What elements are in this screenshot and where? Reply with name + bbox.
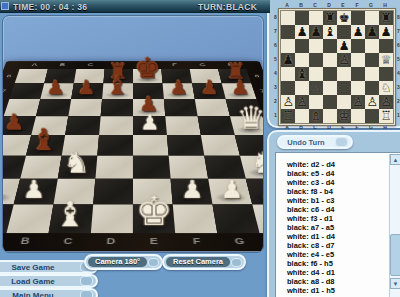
mini-piece-white-pawn: ♙ [295,95,309,109]
file-label-far-b: B [48,62,77,66]
file-label-near-g: G [218,236,263,246]
mini-piece-black-pawn: ♟ [351,25,365,39]
move-row-4: black: f8 - b4 [276,187,400,196]
move-row-10: black: c8 - d7 [276,241,400,250]
mini-piece-white-knight: ♘ [309,81,323,95]
piece-white-bishop-c1[interactable]: ♝ [49,204,94,233]
mini-piece-black-pawn: ♟ [281,53,295,67]
piece-glyph: ♛ [222,102,264,133]
mini-piece-white-pawn: ♙ [351,95,365,109]
undo-turn-label: Undo Turn [279,137,333,147]
square-e3[interactable] [133,155,171,178]
piece-white-king-e1[interactable]: ♚ [133,204,175,233]
mini-square-e5[interactable]: ♙ [337,53,351,67]
piece-glyph: ♟ [214,78,264,97]
move-row-9: white: d1 - d4 [276,232,400,241]
load-game-button[interactable]: Load Game [0,274,98,288]
mini-square-e3[interactable] [337,81,351,95]
mini-square-b4[interactable]: ♝ [295,67,309,81]
piece-glyph: ♞ [231,148,264,177]
mini-piece-black-pawn: ♟ [309,25,323,39]
move-row-15: white: d1 - h5 [276,286,400,295]
mini-square-g6[interactable] [365,39,379,53]
mini-piece-white-knight: ♘ [379,81,393,95]
move-list-scrollbar[interactable]: ▲ ▼ [389,154,400,297]
mini-square-d2[interactable] [323,95,337,109]
mini-square-d1[interactable] [323,109,337,123]
mini-square-a1[interactable]: ♖ [281,109,295,123]
mini-square-c6[interactable] [309,39,323,53]
file-label-near-h: H [260,236,264,246]
mini-piece-black-bishop: ♝ [295,67,309,81]
main-menu-tab[interactable] [80,290,93,297]
board-3d-view[interactable]: ♜♚♜♟♟♝♟♟♟♟♟♟♛♝♞♞♟♟♟♟♟♜♝♚♜AABBCCDDEEFFGGH… [2,15,264,253]
mini-square-b1[interactable] [295,109,309,123]
mini-square-g7[interactable]: ♟ [365,25,379,39]
move-row-11: white: e4 - e5 [276,250,400,259]
move-row-7: white: f3 - d1 [276,214,400,223]
mini-square-e2[interactable] [337,95,351,109]
undo-turn-button[interactable]: Undo Turn [277,135,353,149]
reset-camera-tab[interactable] [231,258,242,267]
load-game-tab[interactable] [80,276,93,286]
move-row-1: white: d2 - d4 [276,160,400,169]
mini-square-c7[interactable]: ♟ [309,25,323,39]
file-label-far-a: A [20,62,49,66]
mini-square-c2[interactable] [309,95,323,109]
piece-glyph: ♟ [237,177,264,202]
reset-camera-button[interactable]: Reset Camera [162,254,246,270]
mini-square-b7[interactable]: ♟ [295,25,309,39]
mini-square-f2[interactable]: ♙ [351,95,365,109]
mini-square-c1[interactable]: ♗ [309,109,323,123]
chess-board-2d[interactable]: ♜♚♜♟♟♝♟♟♟♟♟♙♕♝♘♘♙♙♙♙♙♖♗♔♖ [280,10,394,124]
mini-board-frame: ♜♚♜♟♟♝♟♟♟♟♟♙♕♝♘♘♙♙♙♙♙♖♗♔♖ [278,8,396,126]
file-label-near-e: E [133,236,176,246]
piece-black-pawn-h7[interactable]: ♟ [222,83,257,99]
mini-square-h3[interactable]: ♘ [379,81,393,95]
mini-square-b6[interactable] [295,39,309,53]
mini-square-b2[interactable]: ♙ [295,95,309,109]
file-label-near-c: C [46,236,90,246]
camera-180-button[interactable]: Camera 180° [84,254,163,270]
piece-glyph: ♚ [117,190,191,231]
mini-square-e1[interactable]: ♔ [337,109,351,123]
piece-white-rook-h1[interactable]: ♜ [252,204,264,233]
mini-square-d3[interactable] [323,81,337,95]
mini-square-e7[interactable] [337,25,351,39]
mini-square-f3[interactable] [351,81,365,95]
piece-white-pawn-e5[interactable]: ♟ [133,116,167,135]
mini-piece-black-bishop: ♝ [323,25,337,39]
mini-square-a5[interactable]: ♟ [281,53,295,67]
reset-camera-label: Reset Camera [166,257,230,267]
move-row-8: black: a7 - a5 [276,223,400,232]
move-row-5: white: b1 - c3 [276,196,400,205]
mini-square-f1[interactable] [351,109,365,123]
move-row-14: black: a8 - d8 [276,277,400,286]
move-history-panel: Undo Turn white: d2 - d4black: e5 - d4wh… [267,130,400,297]
mini-square-e6[interactable]: ♟ [337,39,351,53]
camera-180-label: Camera 180° [88,257,147,267]
mini-piece-black-pawn: ♟ [365,25,379,39]
move-row-2: black: e5 - d4 [276,169,400,178]
piece-glyph: ♞ [44,148,110,177]
mini-piece-white-king: ♔ [337,109,351,123]
mini-square-h2[interactable]: ♙ [379,95,393,109]
game-timer: TIME: 00 : 04 : 36 [13,2,87,12]
mini-square-f4[interactable] [351,67,365,81]
mini-square-a6[interactable] [281,39,295,53]
mini-square-d6[interactable] [323,39,337,53]
move-row-6: black: c6 - d4 [276,205,400,214]
mini-square-b5[interactable] [295,53,309,67]
mini-square-h6[interactable] [379,39,393,53]
mini-square-d4[interactable] [323,67,337,81]
piece-glyph: ♜ [243,201,264,231]
mini-square-b3[interactable] [295,81,309,95]
chess-board-3d[interactable]: ♜♚♜♟♟♝♟♟♟♟♟♟♛♝♞♞♟♟♟♟♟♜♝♚♜AABBCCDDEEFFGGH… [2,61,264,251]
square-e4[interactable] [133,135,169,156]
mini-piece-white-pawn: ♙ [337,53,351,67]
main-menu-button[interactable]: Main Menu [0,288,98,297]
mini-square-c3[interactable]: ♘ [309,81,323,95]
chess-app-window: TIME: 00 : 04 : 36 TURN:BLACK ♜♚♜♟♟♝♟♟♟♟… [0,0,400,297]
mini-square-d8[interactable]: ♜ [323,11,337,25]
mini-square-h4[interactable] [379,67,393,81]
piece-white-knight-c3[interactable]: ♞ [58,155,98,178]
mini-square-g8[interactable] [365,11,379,25]
mini-piece-white-rook: ♖ [281,109,295,123]
mini-square-g2[interactable]: ♙ [365,95,379,109]
file-label-near-f: F [175,236,219,246]
main-menu-label: Main Menu [0,290,78,297]
load-game-label: Load Game [0,276,78,286]
piece-white-rook-a1[interactable]: ♜ [2,204,14,233]
move-list-rows: white: d2 - d4black: e5 - d4white: c3 - … [276,153,400,295]
piece-glyph: ♜ [2,201,23,231]
mini-piece-black-rook: ♜ [379,11,393,25]
piece-glyph: ♟ [120,112,179,133]
mini-square-a2[interactable]: ♙ [281,95,295,109]
scroll-down-button[interactable]: ▼ [390,278,400,289]
mini-square-a3[interactable] [281,81,295,95]
mini-piece-black-rook: ♜ [323,11,337,25]
mini-square-f7[interactable]: ♟ [351,25,365,39]
mini-square-a7[interactable] [281,25,295,39]
mini-square-g5[interactable] [365,53,379,67]
move-row-3: white: c3 - d4 [276,178,400,187]
turn-indicator: TURN:BLACK [198,2,257,12]
move-row-13: white: d4 - d1 [276,268,400,277]
mini-square-d5[interactable] [323,53,337,67]
mini-square-b8[interactable] [295,11,309,25]
mini-square-d7[interactable]: ♝ [323,25,337,39]
file-label-near-d: D [90,236,133,246]
file-label-near-b: B [3,236,48,246]
mini-piece-white-pawn: ♙ [281,95,295,109]
mini-piece-black-pawn: ♟ [379,25,393,39]
mini-piece-black-pawn: ♟ [295,25,309,39]
camera-180-tab[interactable] [148,258,159,267]
mini-square-f8[interactable] [351,11,365,25]
mini-square-f6[interactable] [351,39,365,53]
mini-square-f5[interactable] [351,53,365,67]
mini-square-e8[interactable]: ♚ [337,11,351,25]
mini-square-h7[interactable]: ♟ [379,25,393,39]
mini-piece-white-pawn: ♙ [379,95,393,109]
mini-square-h5[interactable]: ♕ [379,53,393,67]
mini-board-panel: AABBCCDDEEFFGGHH8877665544332211 ♜♚♜♟♟♝♟… [267,0,400,128]
piece-glyph: ♝ [33,197,107,231]
mini-piece-white-bishop: ♗ [309,109,323,123]
undo-turn-tab[interactable] [335,137,348,147]
status-bar: TIME: 00 : 04 : 36 TURN:BLACK [0,0,270,13]
mini-square-h1[interactable]: ♖ [379,109,393,123]
mini-square-h8[interactable]: ♜ [379,11,393,25]
mini-square-c4[interactable] [309,67,323,81]
window-icon [1,2,9,10]
mini-piece-white-pawn: ♙ [365,95,379,109]
mini-square-a8[interactable] [281,11,295,25]
scroll-up-button[interactable]: ▲ [390,154,400,165]
square-c6[interactable] [68,99,102,116]
move-row-12: black: f6 - h5 [276,259,400,268]
mini-piece-white-rook: ♖ [379,109,393,123]
save-game-label: Save Game [0,262,78,272]
mini-square-g4[interactable] [365,67,379,81]
piece-white-queen-h5[interactable]: ♛ [230,116,264,135]
mini-square-g3[interactable] [365,81,379,95]
mini-piece-white-queen: ♕ [379,53,393,67]
mini-square-c8[interactable] [309,11,323,25]
mini-square-g1[interactable] [365,109,379,123]
mini-piece-black-king: ♚ [337,11,351,25]
scroll-thumb[interactable] [390,234,400,276]
mini-square-a4[interactable] [281,67,295,81]
mini-piece-black-pawn: ♟ [337,39,351,53]
mini-square-e4[interactable] [337,67,351,81]
mini-square-c5[interactable] [309,53,323,67]
square-f4[interactable] [167,135,204,156]
move-list[interactable]: white: d2 - d4black: e5 - d4white: c3 - … [275,152,400,297]
